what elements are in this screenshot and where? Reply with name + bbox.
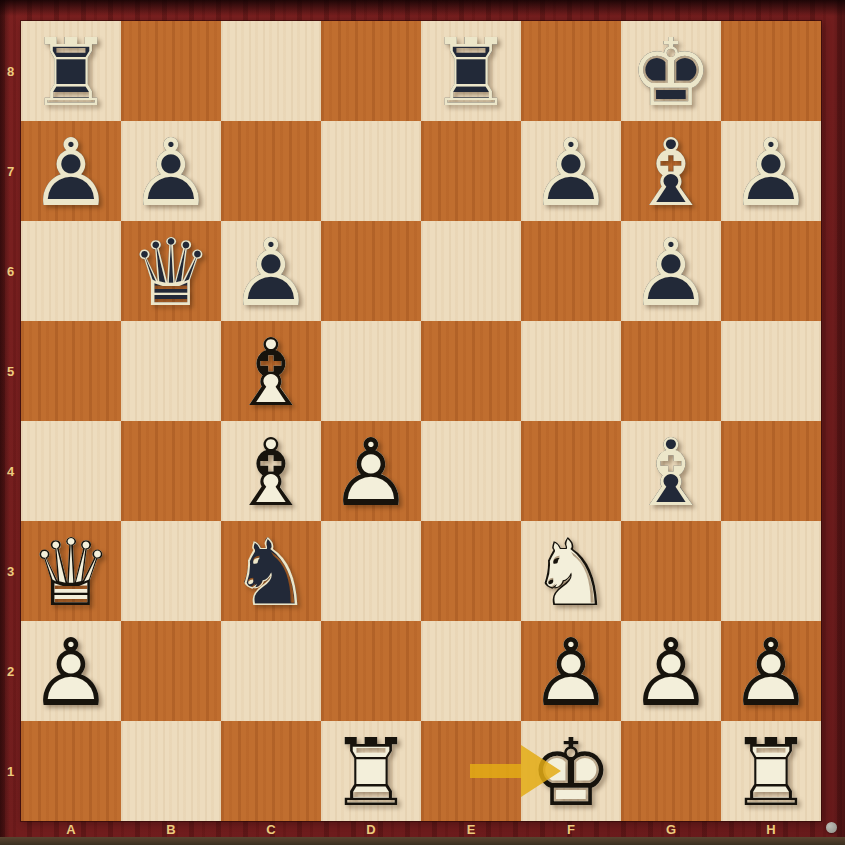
white-bishop[interactable]: ♝♗ — [221, 421, 321, 521]
black-king[interactable]: ♚♔ — [621, 21, 721, 121]
square-b3[interactable] — [121, 521, 221, 621]
square-b5[interactable] — [121, 321, 221, 421]
black-bishop[interactable]: ♝♗ — [621, 121, 721, 221]
file-coordinates: ABCDEFGH — [21, 821, 821, 838]
square-a6[interactable] — [21, 221, 121, 321]
square-c5[interactable]: ♝♗ — [221, 321, 321, 421]
square-c6[interactable]: ♟♙ — [221, 221, 321, 321]
square-g4[interactable]: ♝♗ — [621, 421, 721, 521]
square-d8[interactable] — [321, 21, 421, 121]
black-knight[interactable]: ♞♘ — [221, 521, 321, 621]
square-f3[interactable]: ♞♘ — [521, 521, 621, 621]
black-queen[interactable]: ♛♕ — [121, 221, 221, 321]
square-h7[interactable]: ♟♙ — [721, 121, 821, 221]
square-c8[interactable] — [221, 21, 321, 121]
square-g8[interactable]: ♚♔ — [621, 21, 721, 121]
black-pawn[interactable]: ♟♙ — [521, 121, 621, 221]
square-c1[interactable] — [221, 721, 321, 821]
white-pawn[interactable]: ♟♙ — [21, 621, 121, 721]
square-c3[interactable]: ♞♘ — [221, 521, 321, 621]
file-label-g: G — [621, 821, 721, 838]
square-b7[interactable]: ♟♙ — [121, 121, 221, 221]
file-label-h: H — [721, 821, 821, 838]
square-c2[interactable] — [221, 621, 321, 721]
file-label-a: A — [21, 821, 121, 838]
square-h2[interactable]: ♟♙ — [721, 621, 821, 721]
square-d6[interactable] — [321, 221, 421, 321]
square-h6[interactable] — [721, 221, 821, 321]
square-a4[interactable] — [21, 421, 121, 521]
chess-board: ♜♖♜♖♚♔♟♙♟♙♟♙♝♗♟♙♛♕♟♙♟♙♝♗♝♗♟♙♝♗♛♕♞♘♞♘♟♙♟♙… — [21, 21, 821, 821]
square-c7[interactable] — [221, 121, 321, 221]
rank-label-7: 7 — [0, 121, 21, 221]
square-g3[interactable] — [621, 521, 721, 621]
square-f5[interactable] — [521, 321, 621, 421]
square-g7[interactable]: ♝♗ — [621, 121, 721, 221]
black-rook[interactable]: ♜♖ — [421, 21, 521, 121]
black-pawn[interactable]: ♟♙ — [721, 121, 821, 221]
file-label-b: B — [121, 821, 221, 838]
white-pawn[interactable]: ♟♙ — [621, 621, 721, 721]
square-c4[interactable]: ♝♗ — [221, 421, 321, 521]
square-e4[interactable] — [421, 421, 521, 521]
square-e1[interactable] — [421, 721, 521, 821]
square-d4[interactable]: ♟♙ — [321, 421, 421, 521]
white-pawn[interactable]: ♟♙ — [321, 421, 421, 521]
white-rook[interactable]: ♜♖ — [321, 721, 421, 821]
black-pawn[interactable]: ♟♙ — [221, 221, 321, 321]
square-h5[interactable] — [721, 321, 821, 421]
file-label-c: C — [221, 821, 321, 838]
white-queen[interactable]: ♛♕ — [21, 521, 121, 621]
square-h8[interactable] — [721, 21, 821, 121]
square-b4[interactable] — [121, 421, 221, 521]
file-label-d: D — [321, 821, 421, 838]
square-b1[interactable] — [121, 721, 221, 821]
rank-label-3: 3 — [0, 521, 21, 621]
square-g6[interactable]: ♟♙ — [621, 221, 721, 321]
black-rook[interactable]: ♜♖ — [21, 21, 121, 121]
square-f4[interactable] — [521, 421, 621, 521]
square-g5[interactable] — [621, 321, 721, 421]
square-f7[interactable]: ♟♙ — [521, 121, 621, 221]
black-pawn[interactable]: ♟♙ — [21, 121, 121, 221]
square-d3[interactable] — [321, 521, 421, 621]
square-a8[interactable]: ♜♖ — [21, 21, 121, 121]
square-d5[interactable] — [321, 321, 421, 421]
square-b2[interactable] — [121, 621, 221, 721]
corner-pin-icon — [826, 822, 837, 833]
file-label-f: F — [521, 821, 621, 838]
black-bishop[interactable]: ♝♗ — [621, 421, 721, 521]
white-knight[interactable]: ♞♘ — [521, 521, 621, 621]
chessboard-frame: ♜♖♜♖♚♔♟♙♟♙♟♙♝♗♟♙♛♕♟♙♟♙♝♗♝♗♟♙♝♗♛♕♞♘♞♘♟♙♟♙… — [0, 0, 845, 845]
square-a3[interactable]: ♛♕ — [21, 521, 121, 621]
square-d1[interactable]: ♜♖ — [321, 721, 421, 821]
square-f2[interactable]: ♟♙ — [521, 621, 621, 721]
square-a7[interactable]: ♟♙ — [21, 121, 121, 221]
square-e8[interactable]: ♜♖ — [421, 21, 521, 121]
square-e3[interactable] — [421, 521, 521, 621]
square-e7[interactable] — [421, 121, 521, 221]
file-label-e: E — [421, 821, 521, 838]
square-d2[interactable] — [321, 621, 421, 721]
square-b8[interactable] — [121, 21, 221, 121]
square-b6[interactable]: ♛♕ — [121, 221, 221, 321]
square-d7[interactable] — [321, 121, 421, 221]
square-e5[interactable] — [421, 321, 521, 421]
white-pawn[interactable]: ♟♙ — [721, 621, 821, 721]
black-pawn[interactable]: ♟♙ — [121, 121, 221, 221]
square-f1[interactable]: ♚♔ — [521, 721, 621, 821]
rank-label-2: 2 — [0, 621, 21, 721]
rank-label-5: 5 — [0, 321, 21, 421]
rank-label-6: 6 — [0, 221, 21, 321]
frame-bottom-edge — [0, 837, 845, 845]
black-pawn[interactable]: ♟♙ — [621, 221, 721, 321]
square-h4[interactable] — [721, 421, 821, 521]
square-g1[interactable] — [621, 721, 721, 821]
square-a5[interactable] — [21, 321, 121, 421]
rank-coordinates: 87654321 — [0, 21, 21, 821]
square-h1[interactable]: ♜♖ — [721, 721, 821, 821]
square-e6[interactable] — [421, 221, 521, 321]
square-a1[interactable] — [21, 721, 121, 821]
square-a2[interactable]: ♟♙ — [21, 621, 121, 721]
white-pawn[interactable]: ♟♙ — [521, 621, 621, 721]
white-rook[interactable]: ♜♖ — [721, 721, 821, 821]
square-h3[interactable] — [721, 521, 821, 621]
white-king[interactable]: ♚♔ — [521, 721, 621, 821]
rank-label-8: 8 — [0, 21, 21, 121]
square-f8[interactable] — [521, 21, 621, 121]
rank-label-4: 4 — [0, 421, 21, 521]
square-g2[interactable]: ♟♙ — [621, 621, 721, 721]
white-bishop[interactable]: ♝♗ — [221, 321, 321, 421]
square-f6[interactable] — [521, 221, 621, 321]
rank-label-1: 1 — [0, 721, 21, 821]
square-e2[interactable] — [421, 621, 521, 721]
